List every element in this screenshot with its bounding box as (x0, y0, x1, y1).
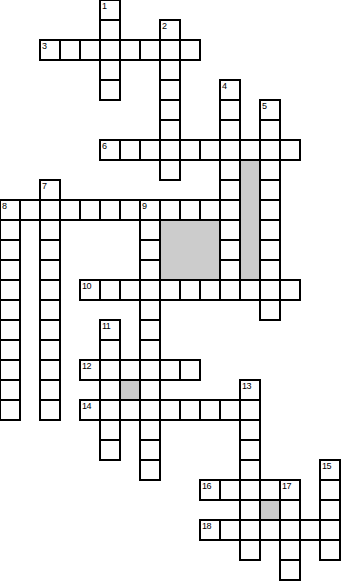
answer-cell[interactable] (99, 39, 121, 61)
answer-cell[interactable] (279, 479, 301, 501)
answer-cell[interactable] (159, 199, 181, 221)
answer-cell[interactable] (139, 359, 161, 381)
answer-cell[interactable] (239, 439, 261, 461)
answer-cell[interactable] (139, 339, 161, 361)
answer-cell[interactable] (0, 259, 21, 281)
answer-cell[interactable] (219, 179, 241, 201)
answer-cell[interactable] (159, 119, 181, 141)
answer-cell[interactable] (159, 99, 181, 121)
answer-cell[interactable] (159, 139, 181, 161)
answer-cell[interactable] (319, 459, 341, 481)
answer-cell[interactable] (99, 0, 121, 21)
answer-cell[interactable] (259, 179, 281, 201)
answer-cell[interactable] (219, 239, 241, 261)
answer-cell[interactable] (39, 279, 61, 301)
answer-cell[interactable] (219, 399, 241, 421)
answer-cell[interactable] (99, 199, 121, 221)
answer-cell[interactable] (259, 299, 281, 321)
answer-cell[interactable] (299, 519, 321, 541)
answer-cell[interactable] (279, 519, 301, 541)
answer-cell[interactable] (199, 139, 221, 161)
answer-cell[interactable] (319, 479, 341, 501)
answer-cell[interactable] (39, 379, 61, 401)
answer-cell[interactable] (79, 359, 101, 381)
answer-cell[interactable] (99, 339, 121, 361)
answer-cell[interactable] (219, 119, 241, 141)
answer-cell[interactable] (259, 139, 281, 161)
answer-cell[interactable] (139, 259, 161, 281)
answer-cell[interactable] (99, 399, 121, 421)
answer-cell[interactable] (79, 39, 101, 61)
answer-cell[interactable] (0, 359, 21, 381)
answer-cell[interactable] (39, 339, 61, 361)
answer-cell[interactable] (139, 139, 161, 161)
answer-cell[interactable] (139, 239, 161, 261)
answer-cell[interactable] (119, 399, 141, 421)
answer-cell[interactable] (199, 399, 221, 421)
answer-cell[interactable] (0, 239, 21, 261)
answer-cell[interactable] (159, 39, 181, 61)
answer-cell[interactable] (139, 419, 161, 441)
answer-cell[interactable] (179, 279, 201, 301)
answer-cell[interactable] (0, 319, 21, 341)
answer-cell[interactable] (99, 419, 121, 441)
answer-cell[interactable] (179, 39, 201, 61)
answer-cell[interactable] (239, 139, 261, 161)
answer-cell[interactable] (179, 199, 201, 221)
answer-cell[interactable] (219, 479, 241, 501)
answer-cell[interactable] (319, 499, 341, 521)
answer-cell[interactable] (99, 379, 121, 401)
answer-cell[interactable] (239, 539, 261, 561)
answer-cell[interactable] (0, 279, 21, 301)
answer-cell[interactable] (259, 159, 281, 181)
answer-cell[interactable] (39, 299, 61, 321)
answer-cell[interactable] (259, 479, 281, 501)
answer-cell[interactable] (99, 59, 121, 81)
answer-cell[interactable] (119, 199, 141, 221)
answer-cell[interactable] (79, 199, 101, 221)
answer-cell[interactable] (139, 379, 161, 401)
answer-cell[interactable] (99, 139, 121, 161)
answer-cell[interactable] (119, 279, 141, 301)
blocked-region (259, 499, 281, 521)
answer-cell[interactable] (0, 299, 21, 321)
answer-cell[interactable] (279, 559, 301, 581)
answer-cell[interactable] (139, 459, 161, 481)
answer-cell[interactable] (219, 139, 241, 161)
answer-cell[interactable] (39, 199, 61, 221)
answer-cell[interactable] (139, 279, 161, 301)
blocked-region (119, 379, 141, 401)
answer-cell[interactable] (59, 199, 81, 221)
answer-cell[interactable] (79, 279, 101, 301)
answer-cell[interactable] (239, 519, 261, 541)
answer-cell[interactable] (179, 399, 201, 421)
answer-cell[interactable] (259, 519, 281, 541)
answer-cell[interactable] (139, 219, 161, 241)
answer-cell[interactable] (219, 99, 241, 121)
answer-cell[interactable] (159, 59, 181, 81)
answer-cell[interactable] (139, 299, 161, 321)
answer-cell[interactable] (219, 279, 241, 301)
answer-cell[interactable] (159, 359, 181, 381)
answer-cell[interactable] (39, 239, 61, 261)
answer-cell[interactable] (39, 259, 61, 281)
answer-cell[interactable] (0, 399, 21, 421)
answer-cell[interactable] (259, 259, 281, 281)
answer-cell[interactable] (219, 519, 241, 541)
answer-cell[interactable] (0, 339, 21, 361)
answer-cell[interactable] (39, 179, 61, 201)
answer-cell[interactable] (79, 399, 101, 421)
answer-cell[interactable] (119, 359, 141, 381)
crossword-board: 123456789101112131415161718 (0, 0, 341, 581)
answer-cell[interactable] (39, 399, 61, 421)
answer-cell[interactable] (99, 19, 121, 41)
blocked-region (239, 159, 261, 281)
answer-cell[interactable] (59, 39, 81, 61)
answer-cell[interactable] (0, 379, 21, 401)
answer-cell[interactable] (19, 199, 41, 221)
answer-cell[interactable] (159, 79, 181, 101)
answer-cell[interactable] (259, 119, 281, 141)
answer-cell[interactable] (259, 99, 281, 121)
answer-cell[interactable] (39, 359, 61, 381)
answer-cell[interactable] (39, 319, 61, 341)
answer-cell[interactable] (139, 319, 161, 341)
answer-cell[interactable] (279, 139, 301, 161)
answer-cell[interactable] (139, 199, 161, 221)
answer-cell[interactable] (199, 279, 221, 301)
answer-cell[interactable] (219, 219, 241, 241)
answer-cell[interactable] (219, 259, 241, 281)
answer-cell[interactable] (279, 539, 301, 561)
answer-cell[interactable] (139, 399, 161, 421)
answer-cell[interactable] (259, 199, 281, 221)
answer-cell[interactable] (159, 159, 181, 181)
answer-cell[interactable] (39, 219, 61, 241)
answer-cell[interactable] (239, 279, 261, 301)
answer-cell[interactable] (159, 19, 181, 41)
answer-cell[interactable] (319, 519, 341, 541)
answer-cell[interactable] (119, 39, 141, 61)
answer-cell[interactable] (199, 519, 221, 541)
answer-cell[interactable] (239, 419, 261, 441)
answer-cell[interactable] (239, 499, 261, 521)
answer-cell[interactable] (159, 399, 181, 421)
blocked-region (159, 219, 221, 281)
answer-cell[interactable] (279, 279, 301, 301)
answer-cell[interactable] (239, 479, 261, 501)
answer-cell[interactable] (0, 219, 21, 241)
answer-cell[interactable] (179, 359, 201, 381)
answer-cell[interactable] (239, 399, 261, 421)
answer-cell[interactable] (0, 199, 21, 221)
answer-cell[interactable] (219, 79, 241, 101)
answer-cell[interactable] (199, 479, 221, 501)
answer-cell[interactable] (139, 439, 161, 461)
answer-cell[interactable] (39, 39, 61, 61)
answer-cell[interactable] (219, 159, 241, 181)
answer-cell[interactable] (219, 199, 241, 221)
answer-cell[interactable] (319, 539, 341, 561)
answer-cell[interactable] (139, 39, 161, 61)
answer-cell[interactable] (99, 319, 121, 341)
answer-cell[interactable] (259, 219, 281, 241)
answer-cell[interactable] (119, 139, 141, 161)
answer-cell[interactable] (99, 359, 121, 381)
answer-cell[interactable] (159, 279, 181, 301)
answer-cell[interactable] (259, 279, 281, 301)
answer-cell[interactable] (99, 439, 121, 461)
answer-cell[interactable] (99, 79, 121, 101)
answer-cell[interactable] (239, 459, 261, 481)
answer-cell[interactable] (199, 199, 221, 221)
answer-cell[interactable] (279, 499, 301, 521)
answer-cell[interactable] (179, 139, 201, 161)
answer-cell[interactable] (99, 279, 121, 301)
answer-cell[interactable] (239, 379, 261, 401)
answer-cell[interactable] (259, 239, 281, 261)
